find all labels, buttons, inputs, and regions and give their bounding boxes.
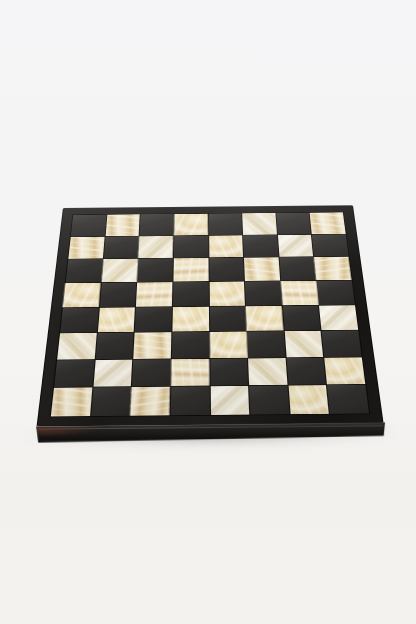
board-top-surface — [37, 205, 384, 426]
board-square-r8c7 — [288, 385, 329, 414]
board-square-r6c4 — [172, 332, 209, 358]
board-square-r7c5 — [210, 358, 248, 385]
board-square-r6c3 — [134, 332, 172, 358]
board-square-r2c6 — [243, 235, 278, 257]
board-square-r5c2 — [98, 307, 136, 332]
board-square-r6c6 — [247, 331, 285, 357]
board-square-r7c2 — [93, 359, 132, 387]
board-square-r4c2 — [100, 282, 137, 306]
board-square-r4c7 — [281, 281, 318, 305]
board-square-r5c7 — [283, 305, 321, 330]
board-square-r1c2 — [105, 214, 140, 236]
product-photo-background — [0, 0, 416, 624]
board-square-r8c5 — [210, 386, 249, 415]
board-square-r4c4 — [173, 282, 209, 306]
board-square-r2c3 — [139, 236, 174, 258]
board-frame — [37, 205, 384, 426]
board-square-r5c5 — [209, 306, 246, 331]
board-square-r4c8 — [317, 280, 355, 304]
board-square-r3c1 — [66, 259, 103, 282]
board-square-r8c2 — [91, 387, 131, 416]
board-square-r1c8 — [310, 212, 346, 233]
board-square-r2c7 — [278, 235, 314, 257]
board-square-r6c7 — [284, 331, 323, 357]
board-square-r2c1 — [68, 236, 104, 258]
board-square-r3c7 — [279, 257, 316, 280]
board-square-r8c8 — [327, 385, 369, 414]
chessboard — [0, 0, 416, 624]
board-square-r4c5 — [209, 281, 245, 305]
board-square-r3c2 — [102, 259, 138, 282]
board-square-r2c8 — [312, 234, 348, 256]
board-square-r6c2 — [95, 333, 133, 359]
board-square-r1c5 — [208, 213, 242, 235]
board-square-r7c1 — [54, 360, 94, 388]
board-square-r4c6 — [245, 281, 282, 305]
board-square-r2c2 — [103, 236, 138, 258]
board-square-r1c6 — [242, 213, 276, 235]
board-square-r7c3 — [132, 359, 171, 387]
board-square-r7c6 — [248, 358, 287, 385]
board-square-r3c6 — [244, 258, 280, 281]
board-square-r2c5 — [209, 235, 243, 257]
board-square-r5c4 — [172, 306, 208, 331]
board-square-r5c3 — [135, 307, 172, 332]
board-square-r1c1 — [71, 215, 106, 237]
board-square-r8c4 — [171, 387, 210, 416]
board-square-r6c5 — [210, 332, 247, 358]
board-square-r5c6 — [246, 306, 283, 331]
board-square-r7c4 — [171, 359, 209, 386]
board-square-r4c1 — [63, 283, 101, 307]
board-square-r8c1 — [51, 388, 92, 417]
board-square-r1c7 — [276, 213, 311, 235]
board-square-r7c7 — [286, 358, 326, 385]
board-square-r8c3 — [131, 387, 170, 416]
board-square-r1c3 — [140, 214, 174, 236]
board-square-r8c6 — [249, 386, 289, 415]
board-grid — [51, 212, 369, 416]
board-square-r6c1 — [57, 333, 96, 359]
board-square-r3c3 — [137, 259, 172, 282]
board-square-r3c8 — [314, 257, 351, 280]
board-square-r5c1 — [60, 307, 98, 332]
board-square-r2c4 — [174, 236, 208, 258]
board-square-r6c8 — [322, 331, 362, 357]
board-square-r3c4 — [173, 258, 208, 281]
board-square-r1c4 — [174, 214, 208, 236]
board-square-r5c8 — [319, 305, 358, 330]
board-square-r7c8 — [325, 357, 366, 384]
board-square-r4c3 — [136, 282, 172, 306]
board-square-r3c5 — [209, 258, 244, 281]
